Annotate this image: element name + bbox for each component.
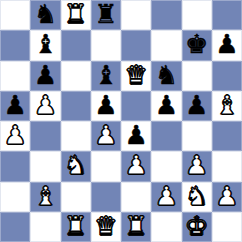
- piece-black-pawn-icon: ♟: [155, 92, 178, 118]
- piece-white-knight-icon: ♞: [64, 152, 87, 178]
- square-g5[interactable]: ♟: [182, 91, 212, 121]
- piece-black-king-icon: ♚: [185, 31, 208, 57]
- square-f1[interactable]: [151, 212, 181, 242]
- piece-white-pawn-icon: ♟: [94, 122, 117, 148]
- piece-white-queen-icon: ♛: [124, 62, 147, 88]
- square-g1[interactable]: ♚: [182, 212, 212, 242]
- piece-white-pawn-icon: ♟: [34, 92, 57, 118]
- square-c4[interactable]: [61, 121, 91, 151]
- square-a5[interactable]: ♟: [0, 91, 30, 121]
- square-g7[interactable]: ♚: [182, 30, 212, 60]
- square-f8[interactable]: [151, 0, 181, 30]
- piece-black-pawn-icon: ♟: [124, 122, 147, 148]
- square-d6[interactable]: ♝: [91, 61, 121, 91]
- square-a1[interactable]: [0, 212, 30, 242]
- square-f3[interactable]: [151, 151, 181, 181]
- piece-white-king-icon: ♚: [185, 213, 208, 239]
- square-h8[interactable]: [212, 0, 242, 30]
- square-e4[interactable]: ♟: [121, 121, 151, 151]
- square-h3[interactable]: [212, 151, 242, 181]
- square-h7[interactable]: ♟: [212, 30, 242, 60]
- piece-white-queen-icon: ♛: [94, 213, 117, 239]
- square-c5[interactable]: [61, 91, 91, 121]
- square-h5[interactable]: ♝: [212, 91, 242, 121]
- square-a4[interactable]: ♟: [0, 121, 30, 151]
- piece-white-rook-icon: ♜: [124, 213, 147, 239]
- piece-white-bishop-icon: ♝: [34, 183, 57, 209]
- square-h1[interactable]: [212, 212, 242, 242]
- piece-white-pawn-icon: ♟: [155, 183, 178, 209]
- square-f4[interactable]: [151, 121, 181, 151]
- piece-white-rook-icon: ♜: [64, 213, 87, 239]
- square-b7[interactable]: ♝: [30, 30, 60, 60]
- square-h6[interactable]: [212, 61, 242, 91]
- square-f5[interactable]: ♟: [151, 91, 181, 121]
- square-a7[interactable]: [0, 30, 30, 60]
- square-a8[interactable]: [0, 0, 30, 30]
- square-c8[interactable]: ♜: [61, 0, 91, 30]
- square-f7[interactable]: [151, 30, 181, 60]
- square-g3[interactable]: ♟: [182, 151, 212, 181]
- square-g2[interactable]: ♞: [182, 182, 212, 212]
- square-d5[interactable]: ♟: [91, 91, 121, 121]
- piece-black-bishop-icon: ♝: [94, 62, 117, 88]
- piece-black-knight-icon: ♞: [155, 62, 178, 88]
- square-e2[interactable]: [121, 182, 151, 212]
- square-d2[interactable]: [91, 182, 121, 212]
- piece-white-bishop-icon: ♝: [215, 92, 238, 118]
- chess-board: ♞♜♜♝♚♟♟♝♛♞♟♟♟♟♟♝♟♟♟♞♟♟♝♟♞♟♜♛♜♚: [0, 0, 242, 242]
- square-a3[interactable]: [0, 151, 30, 181]
- square-d8[interactable]: ♜: [91, 0, 121, 30]
- piece-white-pawn-icon: ♟: [215, 183, 238, 209]
- piece-white-pawn-icon: ♟: [185, 152, 208, 178]
- piece-black-pawn-icon: ♟: [185, 92, 208, 118]
- square-d1[interactable]: ♛: [91, 212, 121, 242]
- square-e5[interactable]: [121, 91, 151, 121]
- square-b2[interactable]: ♝: [30, 182, 60, 212]
- piece-white-pawn-icon: ♟: [3, 122, 26, 148]
- square-d7[interactable]: [91, 30, 121, 60]
- square-e3[interactable]: ♟: [121, 151, 151, 181]
- square-c2[interactable]: [61, 182, 91, 212]
- square-f2[interactable]: ♟: [151, 182, 181, 212]
- square-b1[interactable]: [30, 212, 60, 242]
- piece-black-bishop-icon: ♝: [34, 31, 57, 57]
- piece-black-pawn-icon: ♟: [34, 62, 57, 88]
- square-c1[interactable]: ♜: [61, 212, 91, 242]
- square-b4[interactable]: [30, 121, 60, 151]
- piece-white-rook-icon: ♜: [64, 1, 87, 27]
- square-b3[interactable]: [30, 151, 60, 181]
- square-c3[interactable]: ♞: [61, 151, 91, 181]
- square-b5[interactable]: ♟: [30, 91, 60, 121]
- square-a2[interactable]: [0, 182, 30, 212]
- square-g4[interactable]: [182, 121, 212, 151]
- square-c7[interactable]: [61, 30, 91, 60]
- square-h2[interactable]: ♟: [212, 182, 242, 212]
- square-d4[interactable]: ♟: [91, 121, 121, 151]
- square-g6[interactable]: [182, 61, 212, 91]
- piece-white-pawn-icon: ♟: [124, 152, 147, 178]
- piece-black-knight-icon: ♞: [34, 1, 57, 27]
- piece-black-pawn-icon: ♟: [3, 92, 26, 118]
- square-e6[interactable]: ♛: [121, 61, 151, 91]
- square-a6[interactable]: [0, 61, 30, 91]
- piece-white-knight-icon: ♞: [185, 183, 208, 209]
- piece-black-rook-icon: ♜: [94, 1, 117, 27]
- square-d3[interactable]: [91, 151, 121, 181]
- square-e8[interactable]: [121, 0, 151, 30]
- square-b8[interactable]: ♞: [30, 0, 60, 30]
- square-c6[interactable]: [61, 61, 91, 91]
- square-h4[interactable]: [212, 121, 242, 151]
- square-g8[interactable]: [182, 0, 212, 30]
- piece-black-pawn-icon: ♟: [94, 92, 117, 118]
- square-e1[interactable]: ♜: [121, 212, 151, 242]
- square-e7[interactable]: [121, 30, 151, 60]
- square-b6[interactable]: ♟: [30, 61, 60, 91]
- piece-black-pawn-icon: ♟: [215, 31, 238, 57]
- square-f6[interactable]: ♞: [151, 61, 181, 91]
